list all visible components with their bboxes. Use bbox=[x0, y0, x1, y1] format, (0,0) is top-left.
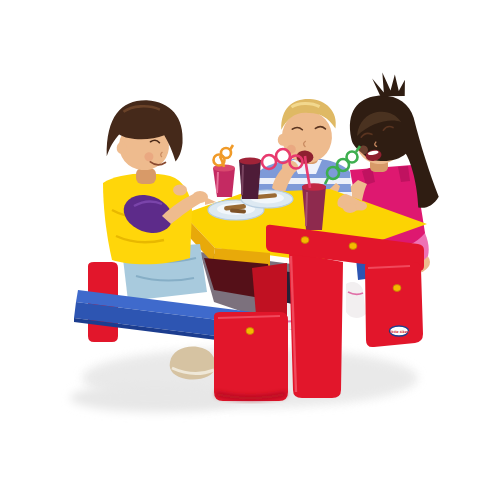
left-bench-end-block bbox=[214, 312, 288, 401]
boy-left-neck bbox=[136, 168, 156, 184]
rivet-bar-2 bbox=[349, 243, 357, 250]
brand-logo: little tikes bbox=[389, 326, 409, 336]
product-photo: little tikes bbox=[0, 0, 500, 500]
cup-magenta-highlight bbox=[217, 172, 218, 193]
frame-center-column bbox=[289, 252, 343, 398]
girl-hand-2 bbox=[355, 201, 367, 210]
brand-logo-text: little tikes bbox=[389, 330, 409, 334]
cup-berry-highlight bbox=[306, 192, 307, 226]
boy-left-hand-2 bbox=[173, 185, 187, 196]
rivet-bar-1 bbox=[301, 237, 309, 244]
cup-berry-juice bbox=[302, 183, 326, 191]
rivet-left-bench bbox=[246, 328, 254, 335]
scene-svg: little tikes bbox=[0, 0, 500, 500]
cup-dark-highlight bbox=[242, 165, 243, 195]
cup-dark-juice bbox=[239, 158, 261, 165]
girl-hand-1 bbox=[343, 203, 357, 213]
rivet-right-bench bbox=[393, 285, 401, 292]
